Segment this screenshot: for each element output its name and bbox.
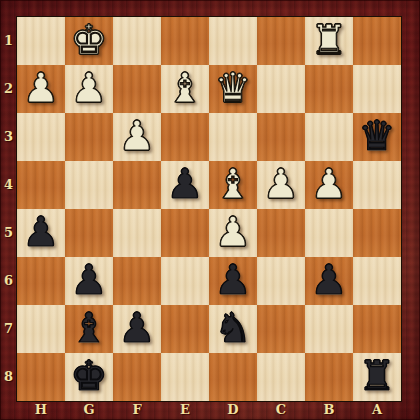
piece-white-rook[interactable]: ♜ (305, 17, 353, 65)
square-d3[interactable] (209, 113, 257, 161)
square-e4[interactable]: ♟ (161, 161, 209, 209)
piece-black-pawn[interactable]: ♟ (161, 161, 209, 209)
square-d8[interactable] (209, 353, 257, 401)
square-f1[interactable] (113, 17, 161, 65)
piece-black-pawn[interactable]: ♟ (65, 257, 113, 305)
square-f5[interactable] (113, 209, 161, 257)
rank-label-5: 5 (0, 209, 17, 257)
square-c5[interactable] (257, 209, 305, 257)
square-b3[interactable] (305, 113, 353, 161)
square-g4[interactable] (65, 161, 113, 209)
square-g7[interactable]: ♝ (65, 305, 113, 353)
file-label-f: F (113, 401, 161, 420)
file-label-a: A (353, 401, 401, 420)
file-label-d: D (209, 401, 257, 420)
square-d7[interactable]: ♞ (209, 305, 257, 353)
square-d1[interactable] (209, 17, 257, 65)
square-h8[interactable] (17, 353, 65, 401)
file-label-e: E (161, 401, 209, 420)
square-h2[interactable]: ♟ (17, 65, 65, 113)
square-b6[interactable]: ♟ (305, 257, 353, 305)
piece-white-bishop[interactable]: ♝ (209, 161, 257, 209)
square-c1[interactable] (257, 17, 305, 65)
square-a8[interactable]: ♜ (353, 353, 401, 401)
square-d4[interactable]: ♝ (209, 161, 257, 209)
chess-board-frame: 12345678 ♚♜♟♟♝♛♟♛♟♝♟♟♟♟♟♟♟♝♟♞♚♜ HGFEDCBA (0, 0, 420, 420)
square-b2[interactable] (305, 65, 353, 113)
square-g6[interactable]: ♟ (65, 257, 113, 305)
square-h1[interactable] (17, 17, 65, 65)
square-c8[interactable] (257, 353, 305, 401)
piece-black-pawn[interactable]: ♟ (113, 305, 161, 353)
piece-white-king[interactable]: ♚ (65, 17, 113, 65)
piece-black-pawn[interactable]: ♟ (17, 209, 65, 257)
square-g3[interactable] (65, 113, 113, 161)
chess-board[interactable]: ♚♜♟♟♝♛♟♛♟♝♟♟♟♟♟♟♟♝♟♞♚♜ (17, 17, 401, 401)
square-g8[interactable]: ♚ (65, 353, 113, 401)
square-b1[interactable]: ♜ (305, 17, 353, 65)
rank-label-2: 2 (0, 65, 17, 113)
file-labels: HGFEDCBA (17, 401, 401, 420)
piece-black-king[interactable]: ♚ (65, 353, 113, 401)
square-b4[interactable]: ♟ (305, 161, 353, 209)
square-h3[interactable] (17, 113, 65, 161)
square-b7[interactable] (305, 305, 353, 353)
square-h6[interactable] (17, 257, 65, 305)
piece-white-pawn[interactable]: ♟ (257, 161, 305, 209)
piece-black-pawn[interactable]: ♟ (209, 257, 257, 305)
square-c6[interactable] (257, 257, 305, 305)
square-b5[interactable] (305, 209, 353, 257)
square-c2[interactable] (257, 65, 305, 113)
piece-black-pawn[interactable]: ♟ (305, 257, 353, 305)
file-label-g: G (65, 401, 113, 420)
square-f7[interactable]: ♟ (113, 305, 161, 353)
rank-label-3: 3 (0, 113, 17, 161)
square-a6[interactable] (353, 257, 401, 305)
square-f6[interactable] (113, 257, 161, 305)
rank-label-8: 8 (0, 353, 17, 401)
piece-white-queen[interactable]: ♛ (209, 65, 257, 113)
square-e2[interactable]: ♝ (161, 65, 209, 113)
piece-white-pawn[interactable]: ♟ (17, 65, 65, 113)
piece-white-pawn[interactable]: ♟ (209, 209, 257, 257)
square-a3[interactable]: ♛ (353, 113, 401, 161)
file-label-c: C (257, 401, 305, 420)
square-b8[interactable] (305, 353, 353, 401)
square-d2[interactable]: ♛ (209, 65, 257, 113)
square-e8[interactable] (161, 353, 209, 401)
rank-label-6: 6 (0, 257, 17, 305)
file-label-h: H (17, 401, 65, 420)
rank-label-7: 7 (0, 305, 17, 353)
rank-label-4: 4 (0, 161, 17, 209)
piece-white-bishop[interactable]: ♝ (161, 65, 209, 113)
square-d5[interactable]: ♟ (209, 209, 257, 257)
square-e1[interactable] (161, 17, 209, 65)
rank-label-1: 1 (0, 17, 17, 65)
square-c3[interactable] (257, 113, 305, 161)
square-g5[interactable] (65, 209, 113, 257)
square-a4[interactable] (353, 161, 401, 209)
piece-black-queen[interactable]: ♛ (353, 113, 401, 161)
piece-black-rook[interactable]: ♜ (353, 353, 401, 401)
square-c7[interactable] (257, 305, 305, 353)
square-a5[interactable] (353, 209, 401, 257)
file-label-b: B (305, 401, 353, 420)
square-g2[interactable]: ♟ (65, 65, 113, 113)
piece-white-pawn[interactable]: ♟ (113, 113, 161, 161)
square-h7[interactable] (17, 305, 65, 353)
square-a1[interactable] (353, 17, 401, 65)
rank-labels: 12345678 (0, 17, 17, 401)
square-e6[interactable] (161, 257, 209, 305)
square-h5[interactable]: ♟ (17, 209, 65, 257)
square-f8[interactable] (113, 353, 161, 401)
piece-white-pawn[interactable]: ♟ (305, 161, 353, 209)
square-e5[interactable] (161, 209, 209, 257)
square-f2[interactable] (113, 65, 161, 113)
square-g1[interactable]: ♚ (65, 17, 113, 65)
square-e3[interactable] (161, 113, 209, 161)
square-f3[interactable]: ♟ (113, 113, 161, 161)
square-a2[interactable] (353, 65, 401, 113)
piece-black-bishop[interactable]: ♝ (65, 305, 113, 353)
square-h4[interactable] (17, 161, 65, 209)
square-a7[interactable] (353, 305, 401, 353)
square-c4[interactable]: ♟ (257, 161, 305, 209)
piece-black-knight[interactable]: ♞ (209, 305, 257, 353)
square-e7[interactable] (161, 305, 209, 353)
square-d6[interactable]: ♟ (209, 257, 257, 305)
piece-white-pawn[interactable]: ♟ (65, 65, 113, 113)
square-f4[interactable] (113, 161, 161, 209)
